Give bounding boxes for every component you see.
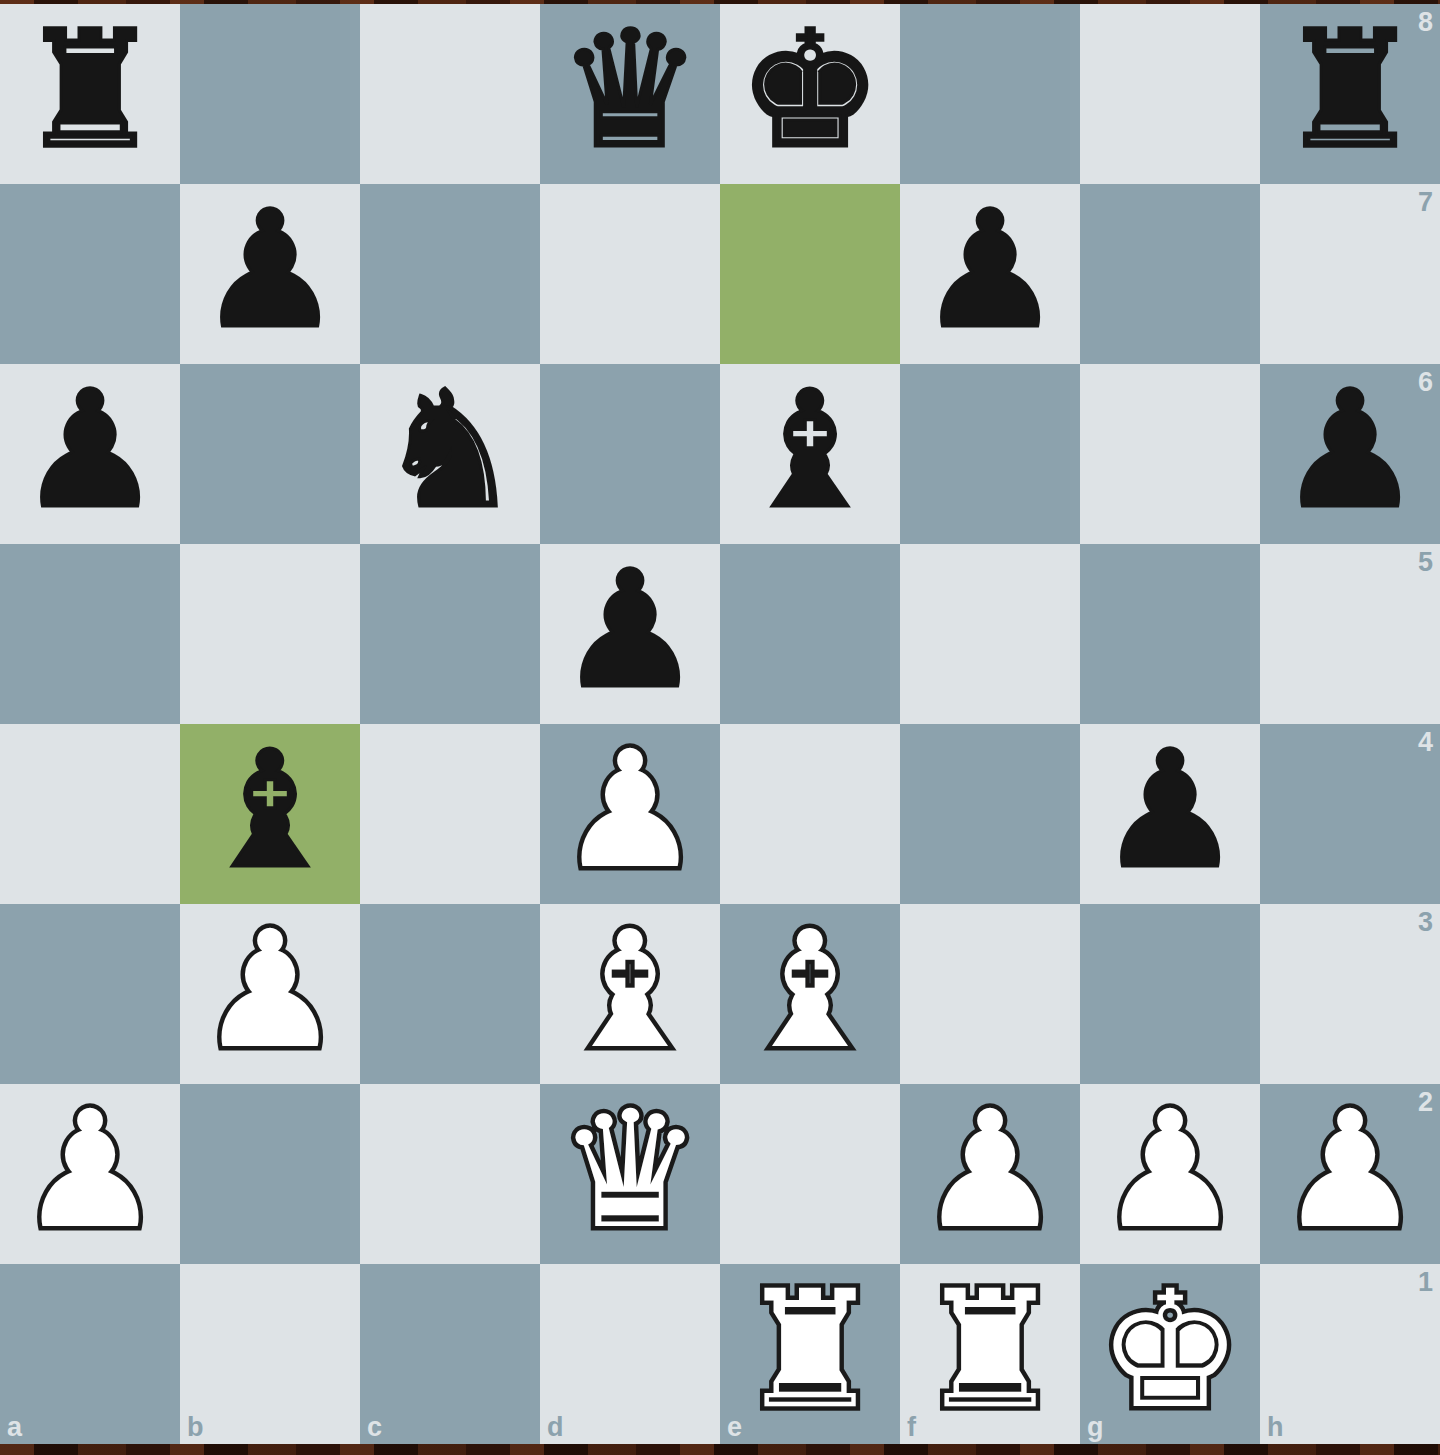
rank-label-4: 4 [1418, 729, 1433, 756]
black-pawn[interactable]: ♟ [1277, 360, 1422, 540]
square-d2[interactable]: ♛ [540, 1084, 720, 1264]
square-c4[interactable] [360, 724, 540, 904]
white-pawn[interactable]: ♟ [197, 900, 342, 1080]
white-pawn[interactable]: ♟ [1277, 1080, 1422, 1260]
square-a1[interactable]: a [0, 1264, 180, 1444]
square-h6[interactable]: ♟6 [1260, 364, 1440, 544]
black-rook[interactable]: ♜ [1277, 0, 1422, 180]
square-h7[interactable]: 7 [1260, 184, 1440, 364]
black-pawn[interactable]: ♟ [1097, 720, 1242, 900]
white-rook[interactable]: ♜ [917, 1260, 1062, 1440]
square-b2[interactable] [180, 1084, 360, 1264]
wood-frame: { "game": "chess", "position": { "fen": … [0, 0, 1440, 1455]
file-label-a: a [7, 1414, 22, 1441]
square-d7[interactable] [540, 184, 720, 364]
square-a8[interactable]: ♜ [0, 4, 180, 184]
file-label-g: g [1087, 1414, 1104, 1441]
rank-label-3: 3 [1418, 909, 1433, 936]
square-g6[interactable] [1080, 364, 1260, 544]
square-c6[interactable]: ♞ [360, 364, 540, 544]
white-king[interactable]: ♚ [1097, 1260, 1242, 1440]
square-d6[interactable] [540, 364, 720, 544]
square-e1[interactable]: ♜e [720, 1264, 900, 1444]
chess-board: ♜♛♚♜8♟♟7♟♞♝♟6♟5♝♟♟4♟♝♝3♟♛♟♟♟2abcd♜e♜f♚g1… [0, 4, 1440, 1444]
white-pawn[interactable]: ♟ [557, 720, 702, 900]
square-b1[interactable]: b [180, 1264, 360, 1444]
white-pawn[interactable]: ♟ [917, 1080, 1062, 1260]
square-g1[interactable]: ♚g [1080, 1264, 1260, 1444]
square-f1[interactable]: ♜f [900, 1264, 1080, 1444]
square-h2[interactable]: ♟2 [1260, 1084, 1440, 1264]
square-h3[interactable]: 3 [1260, 904, 1440, 1084]
square-a6[interactable]: ♟ [0, 364, 180, 544]
square-d3[interactable]: ♝ [540, 904, 720, 1084]
black-rook[interactable]: ♜ [17, 0, 162, 180]
square-h8[interactable]: ♜8 [1260, 4, 1440, 184]
square-a4[interactable] [0, 724, 180, 904]
square-e3[interactable]: ♝ [720, 904, 900, 1084]
square-b8[interactable] [180, 4, 360, 184]
square-e4[interactable] [720, 724, 900, 904]
rank-label-8: 8 [1418, 9, 1433, 36]
square-g5[interactable] [1080, 544, 1260, 724]
square-c5[interactable] [360, 544, 540, 724]
black-queen[interactable]: ♛ [557, 0, 702, 180]
square-d1[interactable]: d [540, 1264, 720, 1444]
square-d5[interactable]: ♟ [540, 544, 720, 724]
square-b4[interactable]: ♝ [180, 724, 360, 904]
square-f5[interactable] [900, 544, 1080, 724]
black-pawn[interactable]: ♟ [197, 180, 342, 360]
square-g3[interactable] [1080, 904, 1260, 1084]
square-e8[interactable]: ♚ [720, 4, 900, 184]
white-bishop[interactable]: ♝ [737, 900, 882, 1080]
square-e7[interactable] [720, 184, 900, 364]
file-label-e: e [727, 1414, 742, 1441]
square-h4[interactable]: 4 [1260, 724, 1440, 904]
black-king[interactable]: ♚ [737, 0, 882, 180]
square-e5[interactable] [720, 544, 900, 724]
black-bishop[interactable]: ♝ [197, 720, 342, 900]
square-c3[interactable] [360, 904, 540, 1084]
square-b3[interactable]: ♟ [180, 904, 360, 1084]
file-label-c: c [367, 1414, 382, 1441]
square-b5[interactable] [180, 544, 360, 724]
white-pawn[interactable]: ♟ [17, 1080, 162, 1260]
white-rook[interactable]: ♜ [737, 1260, 882, 1440]
square-f3[interactable] [900, 904, 1080, 1084]
square-b6[interactable] [180, 364, 360, 544]
square-c8[interactable] [360, 4, 540, 184]
white-queen[interactable]: ♛ [557, 1080, 702, 1260]
square-g8[interactable] [1080, 4, 1260, 184]
square-h1[interactable]: 1h [1260, 1264, 1440, 1444]
square-g4[interactable]: ♟ [1080, 724, 1260, 904]
file-label-h: h [1267, 1414, 1284, 1441]
square-c7[interactable] [360, 184, 540, 364]
file-label-b: b [187, 1414, 204, 1441]
square-f6[interactable] [900, 364, 1080, 544]
square-d8[interactable]: ♛ [540, 4, 720, 184]
square-g7[interactable] [1080, 184, 1260, 364]
square-b7[interactable]: ♟ [180, 184, 360, 364]
square-g2[interactable]: ♟ [1080, 1084, 1260, 1264]
rank-label-6: 6 [1418, 369, 1433, 396]
white-pawn[interactable]: ♟ [1097, 1080, 1242, 1260]
square-f4[interactable] [900, 724, 1080, 904]
square-a2[interactable]: ♟ [0, 1084, 180, 1264]
rank-label-5: 5 [1418, 549, 1433, 576]
white-bishop[interactable]: ♝ [557, 900, 702, 1080]
square-e2[interactable] [720, 1084, 900, 1264]
rank-label-7: 7 [1418, 189, 1433, 216]
square-f2[interactable]: ♟ [900, 1084, 1080, 1264]
square-e6[interactable]: ♝ [720, 364, 900, 544]
square-f8[interactable] [900, 4, 1080, 184]
rank-label-1: 1 [1418, 1269, 1433, 1296]
square-h5[interactable]: 5 [1260, 544, 1440, 724]
file-label-f: f [907, 1414, 916, 1441]
black-knight[interactable]: ♞ [377, 360, 522, 540]
black-bishop[interactable]: ♝ [737, 360, 882, 540]
square-f7[interactable]: ♟ [900, 184, 1080, 364]
file-label-d: d [547, 1414, 564, 1441]
square-c1[interactable]: c [360, 1264, 540, 1444]
square-d4[interactable]: ♟ [540, 724, 720, 904]
black-pawn[interactable]: ♟ [17, 360, 162, 540]
square-c2[interactable] [360, 1084, 540, 1264]
black-pawn[interactable]: ♟ [557, 540, 702, 720]
black-pawn[interactable]: ♟ [917, 180, 1062, 360]
square-a5[interactable] [0, 544, 180, 724]
rank-label-2: 2 [1418, 1089, 1433, 1116]
square-a7[interactable] [0, 184, 180, 364]
square-a3[interactable] [0, 904, 180, 1084]
